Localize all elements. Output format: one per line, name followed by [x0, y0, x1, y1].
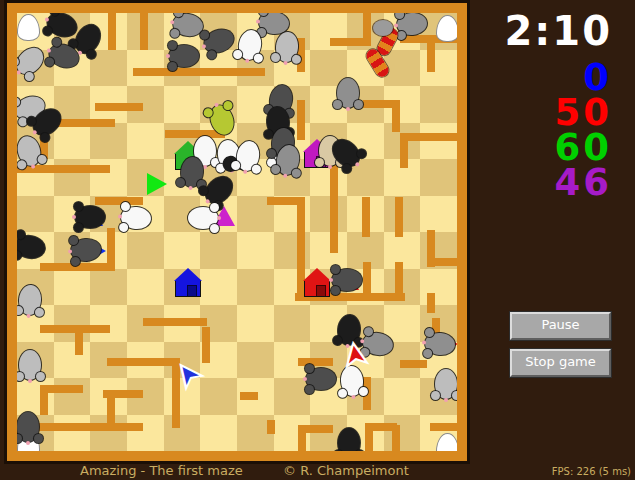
mouse-ear	[331, 286, 340, 295]
mouse-nose	[46, 48, 51, 53]
mouse-ear	[210, 203, 219, 212]
maze-wall	[75, 325, 83, 355]
mouse-ear	[210, 224, 219, 233]
maze-wall	[298, 425, 306, 451]
maze-wall	[140, 13, 148, 50]
maze-wall	[202, 327, 210, 363]
maze-cell[interactable]	[127, 232, 164, 269]
mouse-nose	[203, 165, 207, 169]
maze-cell[interactable]	[200, 232, 237, 269]
mouse	[188, 207, 218, 229]
maze-cell[interactable]	[54, 305, 91, 342]
maze-wall	[367, 423, 397, 431]
mouse	[75, 206, 105, 228]
mouse	[435, 369, 457, 399]
maze-wall	[395, 197, 403, 237]
maze-cell[interactable]	[90, 269, 127, 306]
maze-cell[interactable]	[237, 305, 274, 342]
red-player-cursor: ➤	[336, 339, 372, 371]
maze-wall	[363, 262, 371, 294]
mouse	[180, 156, 205, 188]
copyright: © R. Champeimont	[283, 463, 409, 478]
mouse-ear	[49, 13, 61, 17]
maze-cell[interactable]	[164, 86, 201, 123]
maze-cell[interactable]	[200, 415, 237, 452]
maze-interior[interactable]: ➤➤	[17, 13, 457, 451]
maze-title: Amazing - The first maze	[80, 463, 243, 478]
maze-cell[interactable]	[54, 415, 91, 452]
stop-game-button[interactable]: Stop game	[510, 349, 611, 377]
green-player-score: 60	[555, 130, 613, 165]
mouse	[19, 350, 41, 380]
mouse	[275, 31, 300, 63]
mouse	[169, 45, 199, 67]
blue-house-roof	[174, 268, 202, 281]
maze-cell[interactable]	[127, 269, 164, 306]
maze-cell[interactable]	[420, 159, 457, 196]
maze-wall	[240, 392, 258, 400]
score-panel: 0506046	[555, 60, 613, 200]
mouse-nose	[17, 111, 18, 116]
mouse-ear	[69, 236, 79, 246]
maze-cell[interactable]	[54, 342, 91, 379]
status-bar: Amazing - The first maze © R. Champeimon…	[0, 461, 635, 480]
red-house	[303, 268, 331, 297]
maze-wall	[133, 68, 265, 76]
maze-cell[interactable]	[127, 415, 164, 452]
mouse-ear	[121, 202, 131, 212]
mouse-nose	[170, 20, 175, 25]
mouse	[337, 78, 359, 108]
maze-wall	[40, 385, 48, 415]
mouse-nose	[422, 340, 426, 344]
maze-wall	[395, 262, 403, 297]
green-arrow-right	[147, 173, 167, 195]
maze-wall	[143, 318, 207, 326]
maze-wall	[95, 197, 143, 205]
mouse-ear	[34, 434, 43, 443]
snake-head	[373, 20, 393, 36]
mouse-ear	[425, 328, 435, 338]
mouse-nose	[303, 377, 307, 381]
maze-cell[interactable]	[127, 123, 164, 160]
fps-counter: FPS: 226 (5 ms)	[552, 466, 631, 477]
red-house-roof	[303, 268, 331, 281]
mouse-nose	[166, 54, 170, 58]
mouse-ear	[173, 13, 183, 18]
blue-player-score: 0	[555, 60, 613, 95]
mouse-ear	[168, 41, 177, 50]
mouse-ear	[315, 158, 324, 167]
maze-cell[interactable]	[420, 50, 457, 87]
mouse-nose	[28, 379, 32, 383]
maze-wall	[267, 197, 300, 205]
mouse-nose	[346, 107, 350, 111]
red-house-door	[316, 285, 326, 296]
mouse-nose	[44, 17, 49, 22]
checker-cells	[17, 13, 457, 451]
maze-cell[interactable]	[420, 269, 457, 306]
maze-wall	[298, 358, 333, 366]
maze-wall	[430, 423, 457, 431]
mouse-ear	[452, 391, 457, 400]
red-player-score: 50	[555, 95, 613, 130]
mouse-hole-egg	[436, 15, 457, 42]
red-house-body	[304, 281, 330, 297]
maze-wall	[267, 420, 275, 434]
maze-cell[interactable]	[200, 269, 237, 306]
maze-wall	[400, 135, 408, 168]
mouse-ear	[431, 391, 440, 400]
mouse-nose	[256, 19, 260, 23]
maze-wall	[95, 103, 143, 111]
mouse-nose	[72, 215, 76, 219]
maze-board[interactable]: ➤➤	[7, 3, 467, 461]
maze-cell[interactable]	[54, 378, 91, 415]
maze-wall	[362, 197, 370, 237]
maze-cell[interactable]	[90, 123, 127, 160]
mouse-nose	[118, 214, 122, 218]
maze-wall	[427, 258, 457, 266]
maze-cell[interactable]	[90, 305, 127, 342]
maze-wall	[427, 38, 435, 72]
game-timer: 2:10	[505, 8, 613, 54]
mouse-ear	[36, 372, 45, 381]
blue-house-door	[187, 285, 197, 296]
maze-cell[interactable]	[274, 305, 311, 342]
mouse-nose	[329, 278, 333, 282]
mouse-ear	[354, 100, 363, 109]
maze-cell[interactable]	[54, 269, 91, 306]
maze-cell[interactable]	[310, 196, 347, 233]
mouse-ear	[334, 450, 343, 451]
maze-wall	[363, 100, 393, 108]
maze-cell[interactable]	[54, 123, 91, 160]
maze-cell[interactable]	[384, 378, 421, 415]
mouse	[338, 428, 360, 451]
maze-cell[interactable]	[164, 232, 201, 269]
maze-wall	[392, 100, 400, 132]
maze-wall	[400, 360, 427, 368]
mouse-ear	[363, 326, 373, 336]
mouse-ear	[331, 265, 340, 274]
mouse-ear	[305, 364, 314, 373]
mouse	[17, 412, 39, 442]
mouse-ear	[74, 223, 83, 232]
mouse	[306, 368, 336, 390]
blue-house	[174, 268, 202, 297]
purple-player-score: 46	[555, 165, 613, 200]
maze-wall	[427, 293, 435, 313]
maze-cell[interactable]	[200, 378, 237, 415]
mouse-nose	[26, 441, 30, 445]
mouse	[332, 269, 362, 291]
mouse-ear	[259, 13, 269, 16]
mouse-nose	[217, 216, 221, 220]
pause-button[interactable]: Pause	[510, 312, 611, 340]
maze-cell[interactable]	[17, 378, 54, 415]
maze-cell[interactable]	[164, 415, 201, 452]
mouse-nose	[201, 44, 206, 49]
mouse-ear	[74, 202, 83, 211]
mouse	[18, 284, 43, 316]
mouse-ear	[305, 385, 314, 394]
mouse-ear	[17, 55, 21, 68]
blue-house-body	[175, 281, 201, 297]
mouse-nose	[328, 165, 332, 169]
maze-cell[interactable]	[17, 196, 54, 233]
maze-wall	[107, 358, 173, 366]
maze-cell[interactable]	[420, 86, 457, 123]
maze-cell[interactable]	[384, 415, 421, 452]
maze-wall	[297, 100, 305, 140]
maze-cell[interactable]	[274, 378, 311, 415]
maze-cell[interactable]	[237, 342, 274, 379]
mouse-nose	[444, 398, 448, 402]
maze-cell[interactable]	[310, 232, 347, 269]
snake	[365, 20, 405, 78]
mouse-nose	[68, 249, 72, 253]
maze-cell[interactable]	[384, 305, 421, 342]
maze-wall	[400, 133, 457, 141]
maze-cell[interactable]	[237, 232, 274, 269]
maze-cell[interactable]	[237, 269, 274, 306]
maze-wall	[330, 165, 338, 253]
maze-wall	[108, 13, 116, 50]
mouse-ear	[333, 100, 342, 109]
mouse-ear	[168, 62, 177, 71]
maze-cell[interactable]	[420, 196, 457, 233]
mouse-nose	[214, 102, 219, 107]
